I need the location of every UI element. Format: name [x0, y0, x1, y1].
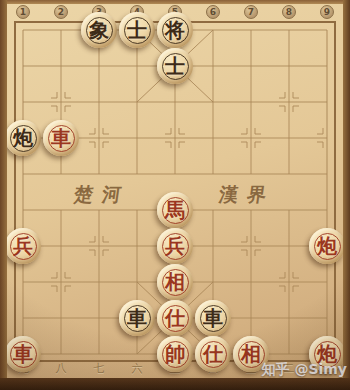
piece-red-馬-f5r5[interactable]: 馬	[157, 192, 193, 228]
piece-character: 兵	[13, 236, 33, 256]
piece-black-車-f6r8[interactable]: 車	[195, 300, 231, 336]
piece-character: 車	[51, 128, 71, 148]
piece-character: 兵	[165, 236, 185, 256]
top-file-label-8: 8	[282, 5, 296, 19]
top-file-label-9: 9	[320, 5, 334, 19]
piece-black-士-f5r1[interactable]: 士	[157, 48, 193, 84]
top-file-label-1: 1	[16, 5, 30, 19]
piece-character: 車	[13, 344, 33, 364]
bottom-file-label-3: 七	[92, 361, 106, 376]
piece-character: 帥	[165, 344, 185, 364]
piece-red-車-f1r9[interactable]: 車	[5, 336, 41, 372]
river-text-right: 漢界	[210, 182, 284, 208]
piece-red-仕-f5r8[interactable]: 仕	[157, 300, 193, 336]
top-file-label-2: 2	[54, 5, 68, 19]
piece-red-帥-f5r9[interactable]: 帥	[157, 336, 193, 372]
piece-character: 車	[127, 308, 147, 328]
piece-red-兵-f1r6[interactable]: 兵	[5, 228, 41, 264]
top-file-label-7: 7	[244, 5, 258, 19]
piece-black-炮-f1r3[interactable]: 炮	[5, 120, 41, 156]
piece-red-相-f5r7[interactable]: 相	[157, 264, 193, 300]
watermark: 知乎 @Simy	[262, 361, 347, 379]
piece-character: 炮	[13, 128, 33, 148]
piece-red-炮-f9r6[interactable]: 炮	[309, 228, 345, 264]
board-frame-right	[343, 0, 350, 390]
board-frame-left	[0, 0, 7, 390]
piece-red-仕-f6r9[interactable]: 仕	[195, 336, 231, 372]
piece-black-士-f4r0[interactable]: 士	[119, 12, 155, 48]
piece-character: 将	[165, 20, 185, 40]
piece-character: 士	[165, 56, 185, 76]
top-file-label-6: 6	[206, 5, 220, 19]
piece-red-車-f2r3[interactable]: 車	[43, 120, 79, 156]
bottom-file-label-2: 八	[54, 361, 68, 376]
piece-character: 相	[165, 272, 185, 292]
board-frame-top	[0, 0, 350, 4]
river-text-left: 楚河	[65, 182, 139, 208]
piece-character: 士	[127, 20, 147, 40]
piece-black-将-f5r0[interactable]: 将	[157, 12, 193, 48]
piece-black-車-f4r8[interactable]: 車	[119, 300, 155, 336]
piece-red-兵-f5r6[interactable]: 兵	[157, 228, 193, 264]
piece-character: 馬	[165, 200, 185, 220]
piece-character: 相	[241, 344, 261, 364]
piece-black-象-f3r0[interactable]: 象	[81, 12, 117, 48]
piece-character: 炮	[317, 236, 337, 256]
bottom-file-label-4: 六	[130, 361, 144, 376]
piece-character: 仕	[203, 344, 223, 364]
piece-character: 仕	[165, 308, 185, 328]
piece-character: 象	[89, 20, 109, 40]
xiangqi-board: 123456789 九八七六五四三二一 楚河 漢界 象士将士炮車馬兵兵炮相車仕車…	[0, 0, 350, 390]
piece-character: 車	[203, 308, 223, 328]
board-frame-bottom	[0, 378, 350, 390]
